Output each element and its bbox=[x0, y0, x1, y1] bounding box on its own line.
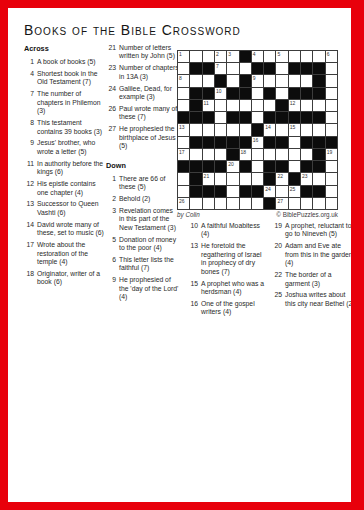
grid-cell[interactable] bbox=[326, 198, 337, 209]
clues-middle-column: 21Number of letters written by John (5)2… bbox=[106, 44, 180, 305]
grid-footer: by Colin © BiblePuzzles.org.uk bbox=[177, 211, 338, 218]
clue-text: Paul wrote many of these (7) bbox=[119, 105, 180, 122]
black-cell bbox=[190, 100, 201, 111]
clue-text: Jesus' brother, who wrote a letter (5) bbox=[37, 139, 104, 156]
black-cell bbox=[276, 161, 287, 172]
grid-cell[interactable]: 26 bbox=[178, 198, 189, 209]
clue-number: 9 bbox=[106, 276, 116, 301]
cell-number: 23 bbox=[302, 173, 308, 179]
black-cell bbox=[264, 63, 275, 74]
clue-text: His epistle contains one chapter (4) bbox=[37, 180, 104, 197]
clue-item: 22The border of a garment (3) bbox=[272, 271, 356, 288]
grid-cell[interactable] bbox=[190, 51, 201, 62]
across-clues-list: 1A book of books (5)4Shortest book in th… bbox=[24, 58, 104, 287]
clue-text: Joshua writes about this city near Bethe… bbox=[285, 291, 356, 308]
page-inner: Books of the Bible Crossword Across 1A b… bbox=[8, 8, 351, 502]
grid-cell[interactable] bbox=[326, 112, 337, 123]
black-cell bbox=[301, 161, 312, 172]
grid-cell[interactable] bbox=[252, 161, 263, 172]
black-cell bbox=[190, 88, 201, 99]
clue-text: Behold (2) bbox=[119, 195, 180, 203]
black-cell bbox=[240, 51, 251, 62]
black-cell bbox=[313, 149, 324, 160]
grid-cell[interactable] bbox=[313, 198, 324, 209]
grid-cell[interactable] bbox=[240, 100, 251, 111]
clue-item: 11In authority before the kings (6) bbox=[24, 160, 104, 177]
grid-cell[interactable] bbox=[227, 186, 238, 197]
black-cell bbox=[326, 137, 337, 148]
grid-cell[interactable]: 9 bbox=[252, 75, 263, 86]
byline: by Colin bbox=[177, 211, 200, 218]
grid-cell[interactable] bbox=[227, 198, 238, 209]
cell-number: 21 bbox=[204, 173, 210, 179]
grid-cell[interactable]: 3 bbox=[227, 51, 238, 62]
clue-text: Shortest book in the Old Testament (7) bbox=[37, 70, 104, 87]
black-cell bbox=[252, 124, 263, 135]
grid-cell[interactable] bbox=[178, 63, 189, 74]
black-cell bbox=[178, 161, 189, 172]
clue-item: 2Behold (2) bbox=[106, 195, 180, 203]
page-title: Books of the Bible Crossword bbox=[24, 22, 344, 38]
grid-cell[interactable] bbox=[178, 186, 189, 197]
black-cell bbox=[240, 186, 251, 197]
cell-number: 24 bbox=[265, 186, 271, 192]
grid-cell[interactable] bbox=[227, 63, 238, 74]
black-cell bbox=[313, 161, 324, 172]
black-cell bbox=[240, 88, 251, 99]
down-clues-list: 1There are 66 of these (5)2Behold (2)3Re… bbox=[106, 175, 180, 302]
clue-item: 9Jesus' brother, who wrote a letter (5) bbox=[24, 139, 104, 156]
black-cell bbox=[190, 186, 201, 197]
black-cell bbox=[227, 88, 238, 99]
cell-number: 11 bbox=[204, 100, 209, 106]
clue-item: 23Number of chapters in 13A (3) bbox=[106, 64, 180, 81]
grid-cell[interactable]: 22 bbox=[276, 173, 287, 184]
clue-item: 5Donation of money to the poor (4) bbox=[106, 236, 180, 253]
black-cell bbox=[215, 137, 226, 148]
black-cell bbox=[190, 63, 201, 74]
cell-number: 19 bbox=[327, 149, 333, 155]
grid-cell[interactable] bbox=[313, 124, 324, 135]
grid-cell[interactable]: 7 bbox=[215, 63, 226, 74]
black-cell bbox=[313, 112, 324, 123]
grid-cell[interactable] bbox=[178, 88, 189, 99]
clue-number: 22 bbox=[272, 271, 282, 288]
grid-cell[interactable] bbox=[227, 124, 238, 135]
clue-item: 12His epistle contains one chapter (4) bbox=[24, 180, 104, 197]
grid-cell[interactable] bbox=[227, 173, 238, 184]
grid-cell[interactable] bbox=[289, 161, 300, 172]
grid-cell[interactable]: 25 bbox=[289, 186, 300, 197]
clue-text: Galilee, Dead, for example (3) bbox=[119, 85, 180, 102]
cell-number: 3 bbox=[228, 51, 231, 57]
grid-cell[interactable]: 16 bbox=[252, 137, 263, 148]
grid-cell[interactable] bbox=[203, 75, 214, 86]
black-cell bbox=[178, 112, 189, 123]
clue-number: 1 bbox=[106, 175, 116, 192]
clue-text: Adam and Eve ate from this in the garden… bbox=[285, 242, 356, 267]
clue-text: Number of chapters in 13A (3) bbox=[119, 64, 180, 81]
black-cell bbox=[215, 161, 226, 172]
grid-cell[interactable] bbox=[252, 88, 263, 99]
grid-cell[interactable] bbox=[203, 149, 214, 160]
clue-number: 21 bbox=[106, 44, 116, 61]
grid-cell[interactable] bbox=[276, 186, 287, 197]
black-cell bbox=[264, 161, 275, 172]
clue-text: A prophet who was a herdsman (4) bbox=[201, 280, 268, 297]
cell-number: 14 bbox=[265, 124, 271, 130]
cell-number: 6 bbox=[327, 51, 330, 57]
black-cell bbox=[301, 88, 312, 99]
grid-cell[interactable] bbox=[190, 149, 201, 160]
cell-number: 20 bbox=[228, 161, 234, 167]
black-cell bbox=[252, 63, 263, 74]
clue-text: In authority before the kings (6) bbox=[37, 160, 104, 177]
grid-cell[interactable] bbox=[313, 173, 324, 184]
clue-text: Successor to Queen Vashti (6) bbox=[37, 200, 104, 217]
clue-item: 6This letter lists the faithful (7) bbox=[106, 256, 180, 273]
grid-cell[interactable]: 18 bbox=[240, 149, 251, 160]
cell-number: 22 bbox=[277, 173, 283, 179]
clue-item: 26Paul wrote many of these (7) bbox=[106, 105, 180, 122]
clue-text: One of the gospel writers (4) bbox=[201, 300, 268, 317]
black-cell bbox=[313, 75, 324, 86]
clue-text: The border of a garment (3) bbox=[285, 271, 356, 288]
cell-number: 7 bbox=[216, 63, 219, 69]
grid-cell[interactable] bbox=[289, 198, 300, 209]
black-cell bbox=[289, 63, 300, 74]
black-cell bbox=[301, 112, 312, 123]
clue-number: 7 bbox=[24, 90, 34, 115]
cell-number: 1 bbox=[179, 51, 182, 57]
black-cell bbox=[240, 161, 251, 172]
grid-cell[interactable] bbox=[215, 100, 226, 111]
black-cell bbox=[227, 112, 238, 123]
grid-cell[interactable]: 2 bbox=[215, 51, 226, 62]
black-cell bbox=[240, 137, 251, 148]
clue-item: 25Joshua writes about this city near Bet… bbox=[272, 291, 356, 308]
clue-item: 4Shortest book in the Old Testament (7) bbox=[24, 70, 104, 87]
grid-cell[interactable] bbox=[215, 173, 226, 184]
down-header: Down bbox=[106, 161, 180, 170]
grid-cell[interactable] bbox=[252, 198, 263, 209]
clue-text: A prophet, reluctant to go to Nineveh (5… bbox=[285, 222, 356, 239]
grid-cell[interactable]: 15 bbox=[289, 124, 300, 135]
clue-number: 15 bbox=[188, 280, 198, 297]
grid-cell[interactable]: 8 bbox=[178, 75, 189, 86]
grid-cell[interactable] bbox=[227, 75, 238, 86]
grid-cell[interactable] bbox=[301, 124, 312, 135]
black-cell bbox=[190, 112, 201, 123]
black-cell bbox=[240, 112, 251, 123]
grid-cell[interactable] bbox=[203, 51, 214, 62]
clue-item: 10A faithful Moabitess (4) bbox=[188, 222, 268, 239]
grid-cell[interactable] bbox=[301, 51, 312, 62]
clue-item: 24Galilee, Dead, for example (3) bbox=[106, 85, 180, 102]
clue-item: 13He foretold the regathering of Israel … bbox=[188, 242, 268, 276]
clues-left-column: Across 1A book of books (5)4Shortest boo… bbox=[24, 44, 104, 290]
clue-text: This testament contains 39 books (3) bbox=[37, 119, 104, 136]
across-clues-list-continued: 21Number of letters written by John (5)2… bbox=[106, 44, 180, 151]
clue-item: 1There are 66 of these (5) bbox=[106, 175, 180, 192]
black-cell bbox=[227, 137, 238, 148]
page: Books of the Bible Crossword Across 1A b… bbox=[0, 0, 364, 510]
clue-number: 13 bbox=[188, 242, 198, 276]
clue-item: 14David wrote many of these, set to musi… bbox=[24, 221, 104, 238]
cell-number: 18 bbox=[241, 149, 247, 155]
clue-number: 11 bbox=[24, 160, 34, 177]
clue-number: 24 bbox=[106, 85, 116, 102]
black-cell bbox=[276, 137, 287, 148]
cell-number: 16 bbox=[253, 137, 259, 143]
black-cell bbox=[301, 63, 312, 74]
grid-cell[interactable] bbox=[326, 88, 337, 99]
clue-text: David wrote many of these, set to music … bbox=[37, 221, 104, 238]
grid-cell[interactable] bbox=[215, 112, 226, 123]
clue-number: 9 bbox=[24, 139, 34, 156]
grid-cell[interactable]: 4 bbox=[252, 51, 263, 62]
black-cell bbox=[190, 173, 201, 184]
clue-text: Number of letters written by John (5) bbox=[119, 44, 180, 61]
clue-number: 5 bbox=[106, 236, 116, 253]
clue-item: 8This testament contains 39 books (3) bbox=[24, 119, 104, 136]
black-cell bbox=[215, 75, 226, 86]
grid-cell[interactable] bbox=[313, 100, 324, 111]
grid-cell[interactable] bbox=[276, 149, 287, 160]
grid-cell[interactable] bbox=[264, 75, 275, 86]
grid-cell[interactable] bbox=[178, 137, 189, 148]
grid-cell[interactable] bbox=[276, 88, 287, 99]
grid-cell[interactable] bbox=[240, 124, 251, 135]
black-cell bbox=[215, 186, 226, 197]
clue-text: The number of chapters in Philemon (3) bbox=[37, 90, 104, 115]
grid-cell[interactable] bbox=[276, 63, 287, 74]
grid-cell[interactable] bbox=[178, 173, 189, 184]
grid-cell[interactable]: 23 bbox=[301, 173, 312, 184]
black-cell bbox=[276, 112, 287, 123]
grid-cell[interactable]: 1 bbox=[178, 51, 189, 62]
clue-number: 16 bbox=[188, 300, 198, 317]
black-cell bbox=[203, 88, 214, 99]
black-cell bbox=[313, 88, 324, 99]
grid-cell[interactable]: 17 bbox=[178, 149, 189, 160]
clue-number: 17 bbox=[24, 241, 34, 266]
clue-item: 13Successor to Queen Vashti (6) bbox=[24, 200, 104, 217]
black-cell bbox=[203, 161, 214, 172]
crossword-grid[interactable]: 1234567891011121314151617181920212223242… bbox=[177, 50, 338, 210]
grid-cell[interactable]: 12 bbox=[289, 100, 300, 111]
clue-text: This letter lists the faithful (7) bbox=[119, 256, 180, 273]
grid-cell[interactable] bbox=[301, 75, 312, 86]
grid-cell[interactable] bbox=[190, 198, 201, 209]
black-cell bbox=[264, 173, 275, 184]
clue-item: 3Revelation comes in this part of the Ne… bbox=[106, 207, 180, 232]
grid-cell[interactable]: 21 bbox=[203, 173, 214, 184]
grid-cell[interactable] bbox=[178, 100, 189, 111]
clue-item: 17Wrote about the restoration of the tem… bbox=[24, 241, 104, 266]
black-cell bbox=[264, 88, 275, 99]
clue-item: 15A prophet who was a herdsman (4) bbox=[188, 280, 268, 297]
grid-cell[interactable] bbox=[326, 63, 337, 74]
grid-cell[interactable] bbox=[326, 100, 337, 111]
grid-cell[interactable] bbox=[252, 149, 263, 160]
grid-cell[interactable] bbox=[227, 100, 238, 111]
grid-cell[interactable] bbox=[203, 198, 214, 209]
clue-text: Wrote about the restoration of the templ… bbox=[37, 241, 104, 266]
grid-cell[interactable] bbox=[289, 51, 300, 62]
black-cell bbox=[252, 186, 263, 197]
grid-cell[interactable] bbox=[276, 124, 287, 135]
down-clues-list-right-a: 10A faithful Moabitess (4)13He foretold … bbox=[188, 222, 268, 320]
clue-text: Donation of money to the poor (4) bbox=[119, 236, 180, 253]
cell-number: 10 bbox=[216, 88, 222, 94]
clue-item: 19A prophet, reluctant to go to Nineveh … bbox=[272, 222, 356, 239]
clue-number: 12 bbox=[24, 180, 34, 197]
black-cell bbox=[289, 112, 300, 123]
cell-number: 9 bbox=[253, 75, 256, 81]
clue-item: 7The number of chapters in Philemon (3) bbox=[24, 90, 104, 115]
clue-number: 18 bbox=[24, 270, 34, 287]
black-cell bbox=[276, 100, 287, 111]
clue-text: Revelation comes in this part of the New… bbox=[119, 207, 180, 232]
clue-item: 16One of the gospel writers (4) bbox=[188, 300, 268, 317]
grid-cell[interactable]: 24 bbox=[264, 186, 275, 197]
clue-number: 23 bbox=[106, 64, 116, 81]
cell-number: 5 bbox=[277, 51, 280, 57]
clue-number: 6 bbox=[106, 256, 116, 273]
grid-cell[interactable] bbox=[252, 100, 263, 111]
across-header: Across bbox=[24, 44, 104, 53]
grid-cell[interactable] bbox=[252, 112, 263, 123]
clue-number: 1 bbox=[24, 58, 34, 66]
cell-number: 8 bbox=[179, 75, 182, 81]
black-cell bbox=[289, 88, 300, 99]
grid-cell[interactable] bbox=[264, 100, 275, 111]
clue-number: 20 bbox=[272, 242, 282, 267]
grid-cell[interactable]: 11 bbox=[203, 100, 214, 111]
clue-text: A book of books (5) bbox=[37, 58, 104, 66]
grid-cell[interactable] bbox=[326, 161, 337, 172]
black-cell bbox=[264, 198, 275, 209]
grid-cell[interactable] bbox=[240, 198, 251, 209]
copyright: © BiblePuzzles.org.uk bbox=[276, 211, 338, 218]
grid-cell[interactable] bbox=[326, 186, 337, 197]
clue-number: 2 bbox=[106, 195, 116, 203]
cell-number: 4 bbox=[253, 51, 256, 57]
grid-cell[interactable]: 6 bbox=[326, 51, 337, 62]
grid-cell[interactable] bbox=[190, 75, 201, 86]
clue-number: 25 bbox=[272, 291, 282, 308]
grid-cell[interactable] bbox=[301, 198, 312, 209]
grid-cell[interactable] bbox=[276, 75, 287, 86]
down-clues-list-right-b: 19A prophet, reluctant to go to Nineveh … bbox=[272, 222, 356, 312]
clue-item: 18Originator, writer of a book (6) bbox=[24, 270, 104, 287]
grid-cell[interactable] bbox=[190, 124, 201, 135]
cell-number: 25 bbox=[290, 186, 296, 192]
grid-cell[interactable] bbox=[326, 173, 337, 184]
grid-cell[interactable] bbox=[289, 75, 300, 86]
clue-text: He prophesied of the 'day of the Lord' (… bbox=[119, 276, 180, 301]
clue-text: A faithful Moabitess (4) bbox=[201, 222, 268, 239]
clue-number: 14 bbox=[24, 221, 34, 238]
grid-cell[interactable]: 27 bbox=[276, 198, 287, 209]
black-cell bbox=[301, 186, 312, 197]
grid-cell[interactable] bbox=[203, 124, 214, 135]
clue-item: 1A book of books (5) bbox=[24, 58, 104, 66]
black-cell bbox=[203, 63, 214, 74]
cell-number: 17 bbox=[179, 149, 185, 155]
clue-item: 27He prophesied the birthplace of Jesus … bbox=[106, 125, 180, 150]
grid-cell[interactable] bbox=[301, 100, 312, 111]
grid-cell[interactable] bbox=[215, 198, 226, 209]
clue-number: 19 bbox=[272, 222, 282, 239]
black-cell bbox=[203, 186, 214, 197]
black-cell bbox=[313, 63, 324, 74]
black-cell bbox=[313, 137, 324, 148]
black-cell bbox=[190, 161, 201, 172]
black-cell bbox=[289, 173, 300, 184]
grid-cell[interactable] bbox=[264, 149, 275, 160]
clue-item: 20Adam and Eve ate from this in the gard… bbox=[272, 242, 356, 267]
clue-number: 8 bbox=[24, 119, 34, 136]
black-cell bbox=[264, 112, 275, 123]
grid-cell[interactable] bbox=[326, 124, 337, 135]
grid-cell[interactable] bbox=[252, 173, 263, 184]
clue-text: Originator, writer of a book (6) bbox=[37, 270, 104, 287]
grid-cell[interactable] bbox=[326, 75, 337, 86]
clue-text: He prophesied the birthplace of Jesus (5… bbox=[119, 125, 180, 150]
cell-number: 27 bbox=[277, 198, 283, 204]
grid-cell[interactable] bbox=[215, 149, 226, 160]
grid-cell[interactable]: 13 bbox=[178, 124, 189, 135]
grid-cell[interactable] bbox=[215, 124, 226, 135]
clue-number: 4 bbox=[24, 70, 34, 87]
grid-cell[interactable] bbox=[289, 137, 300, 148]
clue-number: 10 bbox=[188, 222, 198, 239]
black-cell bbox=[264, 137, 275, 148]
black-cell bbox=[190, 137, 201, 148]
grid-cell[interactable] bbox=[240, 173, 251, 184]
black-cell bbox=[313, 186, 324, 197]
cell-number: 12 bbox=[290, 100, 296, 106]
clue-text: He foretold the regathering of Israel in… bbox=[201, 242, 268, 276]
cell-number: 26 bbox=[179, 198, 185, 204]
black-cell bbox=[227, 149, 238, 160]
grid-cell[interactable] bbox=[264, 51, 275, 62]
grid-cell[interactable]: 5 bbox=[276, 51, 287, 62]
clue-number: 13 bbox=[24, 200, 34, 217]
black-cell bbox=[301, 137, 312, 148]
grid-cell[interactable] bbox=[313, 51, 324, 62]
black-cell bbox=[203, 112, 214, 123]
clue-number: 27 bbox=[106, 125, 116, 150]
grid-cell[interactable]: 19 bbox=[326, 149, 337, 160]
grid-cell[interactable] bbox=[301, 149, 312, 160]
grid-cell[interactable]: 10 bbox=[215, 88, 226, 99]
grid-cell[interactable] bbox=[289, 149, 300, 160]
grid-cell[interactable] bbox=[240, 63, 251, 74]
black-cell bbox=[203, 137, 214, 148]
cell-number: 15 bbox=[290, 124, 296, 130]
clue-text: There are 66 of these (5) bbox=[119, 175, 180, 192]
grid-cell[interactable]: 14 bbox=[264, 124, 275, 135]
clue-item: 21Number of letters written by John (5) bbox=[106, 44, 180, 61]
grid-cell[interactable]: 20 bbox=[227, 161, 238, 172]
clue-number: 3 bbox=[106, 207, 116, 232]
clue-number: 26 bbox=[106, 105, 116, 122]
cell-number: 2 bbox=[216, 51, 219, 57]
black-cell bbox=[240, 75, 251, 86]
